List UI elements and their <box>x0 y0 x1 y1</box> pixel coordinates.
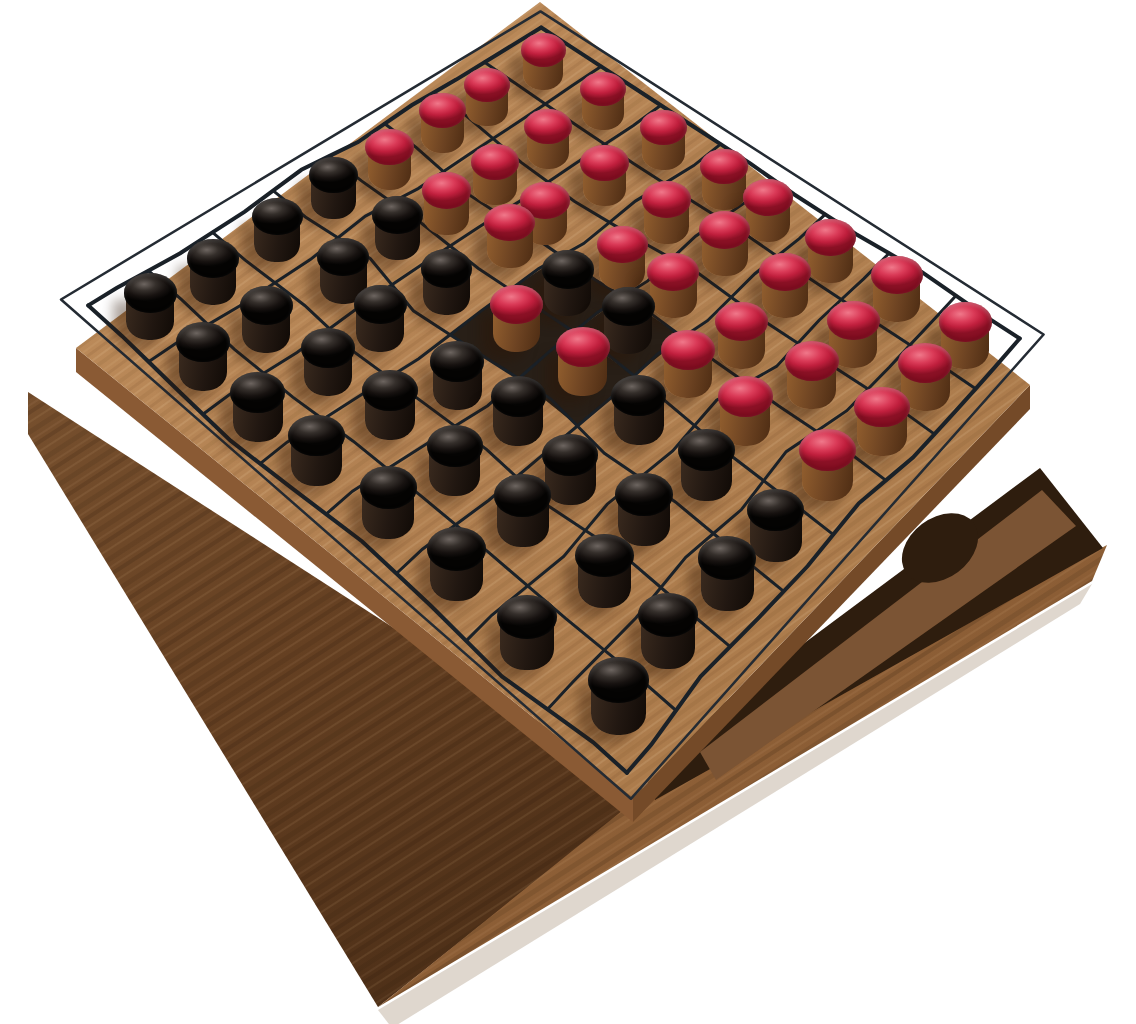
scene: ●●●●●●●●●●●●●●●●●●●●●●●●●●●●●●●●●●●●●●●●… <box>0 0 1136 1024</box>
